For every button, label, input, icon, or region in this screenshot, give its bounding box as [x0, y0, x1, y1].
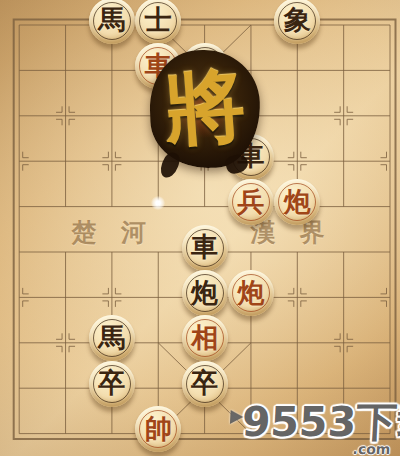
sparkle-highlight	[151, 196, 165, 210]
piece-black-f2r0[interactable]: 馬	[89, 0, 135, 44]
watermark-text: 9553下载	[241, 398, 400, 446]
piece-red-f4r7[interactable]: 相	[182, 315, 228, 361]
watermark: 9553下载 .com	[241, 402, 400, 443]
piece-red-f5r4[interactable]: 兵	[228, 179, 274, 225]
piece-black-f2r8[interactable]: 卒	[89, 361, 135, 407]
piece-red-f3r9[interactable]: 帥	[135, 406, 181, 452]
xiangqi-board: 楚 河 漢 界 馬士象車將車兵炮車炮炮馬相卒卒帥 將 9553下载 .com	[0, 0, 400, 456]
piece-black-f4r8[interactable]: 卒	[182, 361, 228, 407]
piece-red-f5r6[interactable]: 炮	[228, 270, 274, 316]
piece-red-f6r4[interactable]: 炮	[274, 179, 320, 225]
jiang-seal-logo: 將	[148, 48, 262, 170]
piece-black-f4r5[interactable]: 車	[182, 225, 228, 271]
piece-black-f3r0[interactable]: 士	[135, 0, 181, 44]
watermark-arrow-icon	[230, 410, 244, 424]
watermark-suffix: .com	[352, 441, 391, 456]
piece-black-f2r7[interactable]: 馬	[89, 315, 135, 361]
piece-black-f4r6[interactable]: 炮	[182, 270, 228, 316]
piece-black-f6r0[interactable]: 象	[274, 0, 320, 44]
logo-jiang-character: 將	[161, 52, 248, 165]
